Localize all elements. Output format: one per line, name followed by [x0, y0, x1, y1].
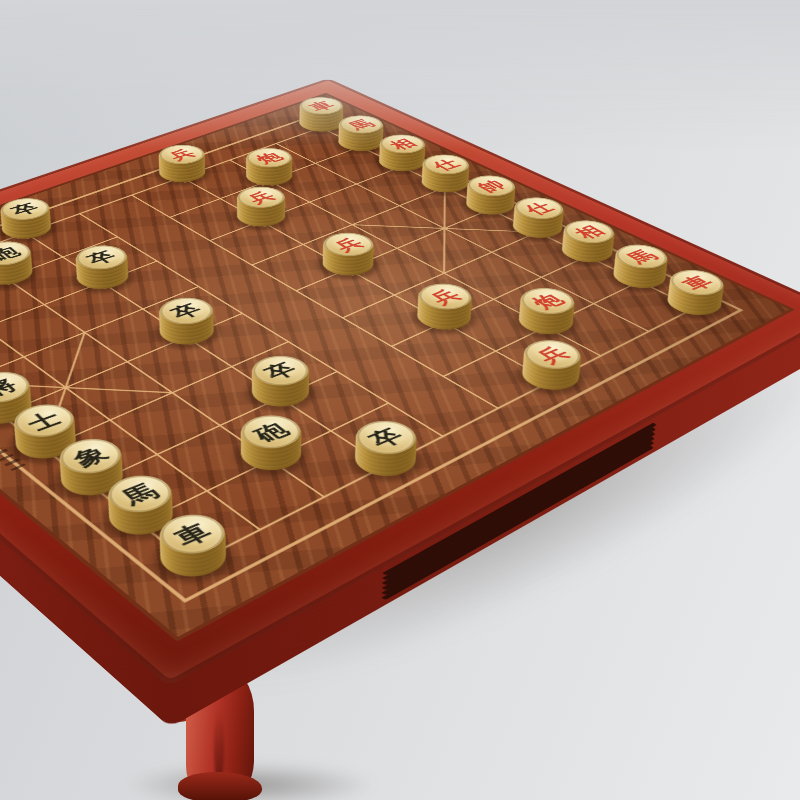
piece-character: 馬: [117, 480, 162, 507]
xiangqi-table: 車馬相仕帥仕相馬車炮炮兵兵兵兵兵卒卒卒卒卒砲砲車馬象士將士象馬車: [0, 93, 795, 642]
piece-character: 砲: [0, 244, 23, 262]
piece-character: 車: [677, 273, 716, 292]
piece-character: 帥: [474, 178, 509, 193]
piece-character: 砲: [249, 419, 293, 444]
leg-foot: [178, 772, 262, 800]
piece-character: 馬: [623, 248, 661, 266]
piece-character: 卒: [167, 301, 206, 321]
piece-character: 卒: [260, 359, 301, 381]
piece-character: 士: [23, 408, 65, 432]
piece-character: 卒: [364, 425, 408, 450]
piece-character: 兵: [330, 236, 367, 253]
piece-character: 卒: [8, 201, 43, 217]
piece-character: 兵: [244, 189, 279, 205]
piece-character: 車: [169, 519, 216, 548]
piece-character: 炮: [252, 150, 285, 164]
product-photo-stage: 車馬相仕帥仕相馬車炮炮兵兵兵兵兵卒卒卒卒卒砲砲車馬象士將士象馬車: [0, 0, 800, 800]
piece-character: 卒: [83, 248, 120, 266]
piece-character: 馬: [345, 118, 377, 131]
piece-character: 兵: [426, 287, 465, 306]
piece-character: 仕: [429, 157, 463, 172]
piece-character: 炮: [528, 291, 568, 310]
piece-character: 相: [570, 223, 607, 240]
piece-character: 車: [306, 99, 338, 112]
piece-character: 兵: [532, 344, 574, 365]
piece-character: 仕: [521, 200, 557, 216]
piece-character: 兵: [165, 147, 198, 161]
piece-character: 象: [69, 443, 113, 469]
piece-character: 將: [0, 376, 21, 399]
piece-character: 相: [386, 137, 419, 151]
